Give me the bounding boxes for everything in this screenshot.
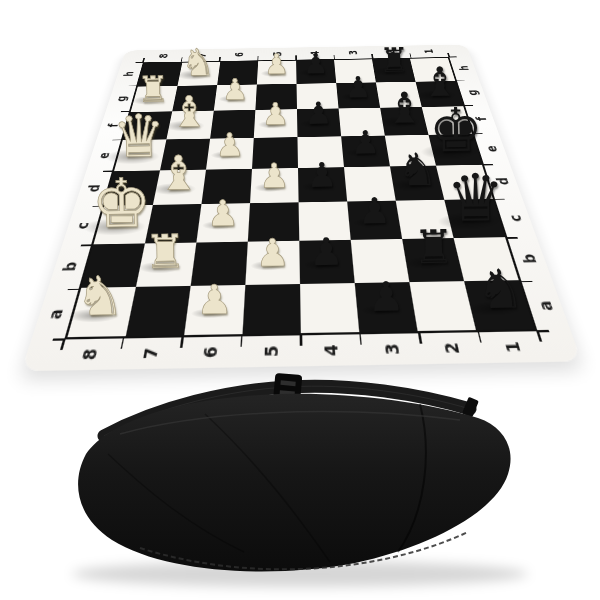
square-f7 <box>166 111 213 140</box>
coordinate-label-front-1: 1 <box>500 341 524 353</box>
square-e1 <box>428 134 481 166</box>
square-b6 <box>191 242 248 286</box>
square-d3 <box>344 166 396 201</box>
border-tick-top-4 <box>295 55 296 59</box>
square-e7 <box>160 139 210 171</box>
border-tick-left-4 <box>103 171 112 172</box>
border-tick-left-2 <box>121 111 129 112</box>
border-tick-right-5 <box>495 199 505 200</box>
border-tick-bottom-0 <box>60 339 65 350</box>
border-tick-left-6 <box>81 245 91 247</box>
product-photo: 8877665544332211hhggffeeddccbbaa ♞♟♜♟♜♟♝… <box>0 0 600 600</box>
square-b1 <box>454 237 519 281</box>
coordinate-label-front-3: 3 <box>381 343 403 355</box>
border-tick-left-3 <box>112 139 121 140</box>
border-tick-left-1 <box>128 85 136 86</box>
border-tick-top-5 <box>333 55 335 59</box>
border-tick-left-7 <box>68 289 79 291</box>
square-h8 <box>138 63 182 87</box>
square-g1 <box>416 81 464 107</box>
chess-mat: 8877665544332211hhggffeeddccbbaa <box>21 45 582 372</box>
square-g6 <box>214 85 257 111</box>
square-e6 <box>206 138 254 170</box>
square-a5 <box>243 284 301 334</box>
border-tick-right-6 <box>507 237 518 238</box>
square-d5 <box>250 168 299 203</box>
square-a4 <box>300 283 359 333</box>
square-g7 <box>172 85 217 111</box>
square-d6 <box>201 169 252 204</box>
coordinate-label-right-f: f <box>473 117 489 121</box>
square-c4 <box>299 201 351 240</box>
coordinate-label-back-2: 2 <box>384 50 398 55</box>
square-f5 <box>254 109 298 138</box>
border-tick-right-2 <box>465 105 473 106</box>
border-tick-left-0 <box>135 62 143 63</box>
square-f1 <box>422 106 472 135</box>
border-tick-right-3 <box>474 133 483 134</box>
square-c5 <box>248 202 299 241</box>
square-h6 <box>217 61 258 85</box>
square-h1 <box>410 58 455 82</box>
square-d1 <box>436 165 493 200</box>
square-f8 <box>123 111 172 140</box>
square-g5 <box>255 84 297 110</box>
coordinate-label-back-6: 6 <box>233 52 246 57</box>
square-h5 <box>257 61 297 85</box>
square-h2 <box>372 59 416 83</box>
bag-body <box>78 394 510 572</box>
border-tick-bottom-4 <box>300 335 302 345</box>
square-g4 <box>297 83 339 109</box>
border-tick-bottom-6 <box>418 333 422 343</box>
square-d8 <box>104 170 160 205</box>
coordinate-label-right-d: d <box>493 177 512 185</box>
square-e4 <box>297 136 344 168</box>
coordinate-label-front-7: 7 <box>139 347 162 359</box>
coordinate-label-front-5: 5 <box>260 345 281 357</box>
carrying-bag <box>0 372 600 600</box>
square-b4 <box>299 240 354 284</box>
square-h4 <box>296 60 336 84</box>
square-f2 <box>380 107 428 136</box>
coordinate-label-front-6: 6 <box>200 346 222 358</box>
square-d2 <box>390 166 444 201</box>
square-f4 <box>297 108 341 137</box>
square-c1 <box>444 199 505 238</box>
square-e5 <box>252 137 298 169</box>
square-e2 <box>385 135 436 167</box>
coordinate-label-right-b: b <box>519 254 541 264</box>
coordinate-label-back-8: 8 <box>157 53 171 58</box>
border-tick-bottom-2 <box>180 337 183 348</box>
square-b8 <box>81 243 145 287</box>
square-e8 <box>114 139 166 171</box>
border-tick-bottom-8 <box>537 331 542 341</box>
square-b3 <box>351 239 410 283</box>
border-tick-left-8 <box>53 339 65 341</box>
border-tick-top-8 <box>447 53 450 57</box>
coordinate-label-front-2: 2 <box>440 342 463 354</box>
border-tick-top-3 <box>257 56 258 60</box>
coordinate-label-left-h: h <box>121 71 136 76</box>
coordinate-label-left-a: a <box>44 309 67 320</box>
square-a3 <box>355 282 418 332</box>
square-d4 <box>298 167 347 202</box>
chess-board-grid <box>64 57 537 339</box>
square-d7 <box>153 170 206 205</box>
coordinate-label-back-4: 4 <box>308 51 321 56</box>
coordinate-label-front-8: 8 <box>78 348 102 360</box>
square-g8 <box>131 86 178 112</box>
square-c7 <box>145 204 202 243</box>
coordinate-label-left-g: g <box>113 96 129 102</box>
coordinate-label-left-f: f <box>105 124 121 128</box>
square-a7 <box>126 286 191 336</box>
coordinate-label-left-e: e <box>95 152 113 159</box>
square-g2 <box>376 82 422 108</box>
coordinate-label-left-b: b <box>59 262 80 272</box>
border-tick-bottom-3 <box>240 336 243 346</box>
coordinate-label-right-e: e <box>483 145 501 152</box>
border-tick-bottom-5 <box>359 334 362 344</box>
border-tick-right-1 <box>457 80 465 81</box>
coordinate-label-right-g: g <box>464 90 480 96</box>
border-tick-bottom-7 <box>477 332 481 342</box>
square-f3 <box>339 108 385 137</box>
coordinate-label-left-d: d <box>84 185 103 193</box>
coordinate-label-right-c: c <box>505 214 525 221</box>
border-tick-top-7 <box>409 53 411 57</box>
square-e3 <box>341 136 390 168</box>
coordinate-label-back-7: 7 <box>195 53 209 58</box>
square-c6 <box>196 203 250 242</box>
border-tick-top-6 <box>371 54 373 58</box>
coordinate-label-left-c: c <box>73 222 93 229</box>
square-a6 <box>184 285 245 335</box>
coordinate-label-back-5: 5 <box>271 51 284 56</box>
border-tick-left-5 <box>92 206 102 207</box>
coordinate-label-right-a: a <box>534 300 557 310</box>
border-tick-bottom-1 <box>120 338 124 349</box>
border-tick-right-4 <box>484 164 493 165</box>
square-h7 <box>177 62 220 86</box>
border-tick-right-0 <box>449 57 457 58</box>
coordinate-label-back-1: 1 <box>421 49 435 54</box>
square-b5 <box>245 241 300 285</box>
square-g3 <box>336 82 380 108</box>
border-tick-right-8 <box>537 330 549 332</box>
square-c3 <box>347 201 402 240</box>
coordinate-label-right-h: h <box>456 66 471 71</box>
square-f6 <box>210 110 255 139</box>
coordinate-label-back-3: 3 <box>346 50 360 55</box>
border-tick-right-7 <box>521 281 532 283</box>
square-a8 <box>67 287 136 337</box>
square-b7 <box>136 243 196 287</box>
coordinate-label-front-4: 4 <box>321 344 342 356</box>
square-a1 <box>464 280 534 330</box>
square-h3 <box>334 59 376 83</box>
square-c8 <box>93 205 152 244</box>
